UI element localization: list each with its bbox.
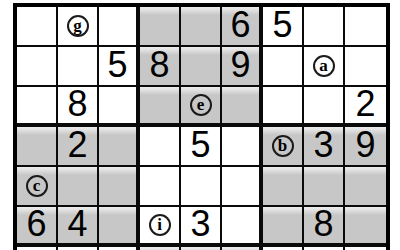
cell-r2c9[interactable] [345,47,386,87]
cell-r4c8[interactable]: 3 [304,127,345,167]
circled-letter-g: g [67,15,89,37]
cell-r6c9[interactable] [345,207,386,247]
cell-r2c2[interactable] [58,47,99,87]
circled-letter-a: a [313,55,335,77]
given-digit-r3c9: 2 [355,86,375,122]
cell-r3c2[interactable]: 8 [58,87,99,127]
cell-r6c1[interactable]: 6 [17,207,58,247]
cell-r2c6[interactable]: 9 [222,47,263,87]
cell-r3c1[interactable] [17,87,58,127]
cell-r3c9[interactable]: 2 [345,87,386,127]
given-digit-r3c2: 8 [67,86,87,122]
cell-r4c3[interactable] [99,127,140,167]
cell-r2c7[interactable] [263,47,304,87]
cell-r5c3[interactable] [99,167,140,207]
cell-r1c6[interactable]: 6 [222,7,263,47]
cell-r6c6[interactable] [222,207,263,247]
cell-r5c6[interactable] [222,167,263,207]
given-digit-r1c7: 5 [272,7,292,43]
cell-r3c5[interactable]: e [181,87,222,127]
cell-r1c1[interactable] [17,7,58,47]
given-digit-r6c2: 4 [67,206,87,242]
cell-r3c4[interactable] [140,87,181,127]
given-digit-r4c9: 9 [355,127,375,163]
given-digit-r4c8: 3 [313,127,333,163]
cell-r1c2[interactable]: g [58,7,99,47]
cell-r1c7[interactable]: 5 [263,7,304,47]
cell-r6c3[interactable] [99,207,140,247]
cell-r3c8[interactable] [304,87,345,127]
cell-r4c5[interactable]: 5 [181,127,222,167]
given-digit-r6c8: 8 [313,206,333,242]
cell-r3c7[interactable] [263,87,304,127]
given-digit-r4c5: 5 [190,127,210,163]
cell-r2c1[interactable] [17,47,58,87]
cell-r2c3[interactable]: 5 [99,47,140,87]
given-digit-r1c6: 6 [230,7,250,43]
cell-r5c7[interactable] [263,167,304,207]
cell-r6c8[interactable]: 8 [304,207,345,247]
cell-r5c5[interactable] [181,167,222,207]
circled-letter-e: e [190,94,212,116]
cell-r6c4[interactable]: i [140,207,181,247]
cell-r1c5[interactable] [181,7,222,47]
given-digit-r2c4: 8 [149,47,169,83]
cell-r4c6[interactable] [222,127,263,167]
given-digit-r6c1: 6 [26,206,46,242]
cell-r5c1[interactable]: c [17,167,58,207]
cell-r3c3[interactable] [99,87,140,127]
cell-r1c3[interactable] [99,7,140,47]
cell-r5c9[interactable] [345,167,386,207]
circled-letter-i: i [149,214,171,236]
cell-r6c7[interactable] [263,207,304,247]
cell-r1c9[interactable] [345,7,386,47]
cell-r2c4[interactable]: 8 [140,47,181,87]
cell-r5c4[interactable] [140,167,181,207]
given-digit-r2c3: 5 [107,47,127,83]
cell-r4c2[interactable]: 2 [58,127,99,167]
cell-r4c1[interactable] [17,127,58,167]
sudoku-board: g65589a8e225b39c64i38 [13,3,390,250]
circled-letter-b: b [272,135,294,157]
cell-r4c7[interactable]: b [263,127,304,167]
cell-r4c4[interactable] [140,127,181,167]
cell-r1c8[interactable] [304,7,345,47]
given-digit-r2c6: 9 [230,47,250,83]
given-digit-r6c5: 3 [190,206,210,242]
cell-r1c4[interactable] [140,7,181,47]
cell-r6c2[interactable]: 4 [58,207,99,247]
cell-r3c6[interactable] [222,87,263,127]
cell-r6c5[interactable]: 3 [181,207,222,247]
cell-r5c2[interactable] [58,167,99,207]
cell-r4c9[interactable]: 9 [345,127,386,167]
cell-r2c8[interactable]: a [304,47,345,87]
cell-r5c8[interactable] [304,167,345,207]
given-digit-r4c2: 2 [67,127,87,163]
cell-r2c5[interactable] [181,47,222,87]
circled-letter-c: c [26,175,48,197]
